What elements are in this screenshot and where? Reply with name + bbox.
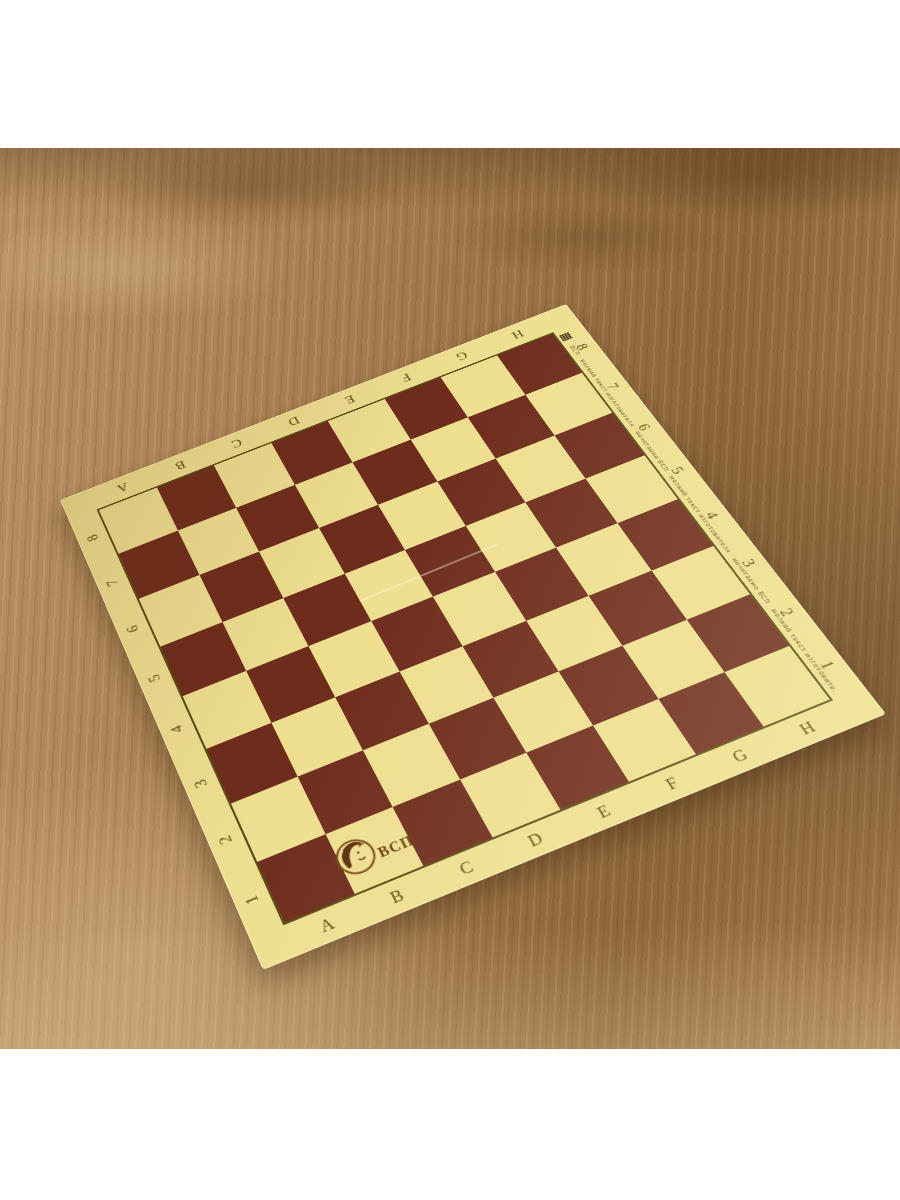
vsp-logo-text: ВСП [376, 833, 418, 861]
product-photo: ABCDEFGH ABCDEFGH 87654321 87654321 ВСП … [0, 0, 900, 1200]
